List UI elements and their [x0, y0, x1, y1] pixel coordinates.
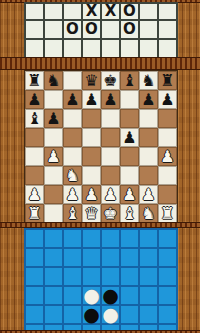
reversi-disc-black: ● [83, 306, 100, 323]
chess-piece-white-rook: ♜ [27, 204, 41, 223]
ttt-cell-r0c4[interactable]: X [102, 4, 121, 21]
reversi-cell-r3c6[interactable] [140, 287, 159, 306]
reversi-cell-r0c3[interactable] [83, 230, 102, 249]
ttt-cell-r2c4[interactable] [102, 40, 121, 57]
chess-square-c6[interactable] [63, 109, 82, 128]
chess-piece-black-pawn: ♟ [122, 128, 136, 147]
chess-square-e2[interactable]: ♟ [101, 185, 120, 204]
ttt-cell-r1c4[interactable] [102, 21, 121, 40]
chess-square-e3[interactable] [101, 166, 120, 185]
chess-square-e4[interactable] [101, 147, 120, 166]
chess-square-e6[interactable] [101, 109, 120, 128]
chess-square-c2[interactable]: ♟ [63, 185, 82, 204]
ttt-cell-r0c3[interactable]: X [83, 4, 102, 21]
chess-square-c7[interactable]: ♟ [63, 90, 82, 109]
chess-piece-black-knight: ♞ [141, 71, 155, 90]
ttt-cell-r1c0[interactable] [26, 21, 45, 40]
chess-square-e5[interactable] [101, 128, 120, 147]
chess-board: ♜♞♛♚♝♞♜♟♟♟♟♟♟♝♟♟♟♟♞♟♟♟♟♟♟♜♝♛♚♝♞♜ [24, 70, 178, 222]
chess-piece-black-rook: ♜ [160, 71, 174, 90]
chess-square-c8[interactable] [63, 71, 82, 90]
chess-square-g4[interactable] [139, 147, 158, 166]
chess-square-h2[interactable] [158, 185, 177, 204]
reversi-cell-r1c0[interactable] [26, 249, 45, 268]
chess-square-d2[interactable]: ♟ [82, 185, 101, 204]
chess-square-c4[interactable] [63, 147, 82, 166]
chess-piece-white-pawn: ♟ [27, 185, 41, 204]
chess-square-a7[interactable]: ♟ [25, 90, 44, 109]
chess-piece-black-bishop: ♝ [27, 109, 41, 128]
reversi-cell-r3c7[interactable] [159, 287, 178, 306]
ttt-mark-o: O [123, 22, 136, 37]
chess-square-b2[interactable] [44, 185, 63, 204]
reversi-cell-r1c5[interactable] [121, 249, 140, 268]
ttt-cell-r0c5[interactable]: O [121, 4, 140, 21]
reversi-cell-r4c5[interactable] [121, 306, 140, 325]
chess-square-g5[interactable] [139, 128, 158, 147]
reversi-cell-r2c2[interactable] [64, 268, 83, 287]
chess-square-f8[interactable]: ♝ [120, 71, 139, 90]
chess-square-h3[interactable] [158, 166, 177, 185]
reversi-cell-r2c1[interactable] [45, 268, 64, 287]
chess-square-g2[interactable]: ♟ [139, 185, 158, 204]
chess-square-b4[interactable]: ♟ [44, 147, 63, 166]
ttt-cell-r1c5[interactable]: O [121, 21, 140, 40]
chess-piece-white-queen: ♛ [84, 204, 98, 223]
chess-square-b5[interactable] [44, 128, 63, 147]
reversi-cell-r0c5[interactable] [121, 230, 140, 249]
reversi-cell-r2c6[interactable] [140, 268, 159, 287]
reversi-cell-r4c2[interactable] [64, 306, 83, 325]
chess-piece-black-pawn: ♟ [84, 90, 98, 109]
reversi-disc-white: ● [102, 306, 119, 323]
ttt-cell-r2c0[interactable] [26, 40, 45, 57]
reversi-cell-r3c1[interactable] [45, 287, 64, 306]
tictactoe-board: XXOOOO [24, 2, 178, 57]
reversi-cell-r0c7[interactable] [159, 230, 178, 249]
chess-square-a5[interactable] [25, 128, 44, 147]
chess-piece-black-pawn: ♟ [65, 90, 79, 109]
reversi-cell-r1c1[interactable] [45, 249, 64, 268]
ttt-cell-r0c7[interactable] [159, 4, 178, 21]
reversi-cell-r3c0[interactable] [26, 287, 45, 306]
reversi-cell-r4c3[interactable]: ● [83, 306, 102, 325]
reversi-cell-r4c6[interactable] [140, 306, 159, 325]
chess-piece-black-pawn: ♟ [46, 109, 60, 128]
chess-piece-black-pawn: ♟ [160, 90, 174, 109]
chess-square-h5[interactable] [158, 128, 177, 147]
ttt-cell-r1c1[interactable] [45, 21, 64, 40]
ttt-cell-r1c2[interactable]: O [64, 21, 83, 40]
app-window: XXOOOO ♜♞♛♚♝♞♜♟♟♟♟♟♟♝♟♟♟♟♞♟♟♟♟♟♟♜♝♛♚♝♞♜ … [0, 0, 200, 333]
chess-square-d7[interactable]: ♟ [82, 90, 101, 109]
reversi-cell-r0c4[interactable] [102, 230, 121, 249]
chess-square-d6[interactable] [82, 109, 101, 128]
chess-square-h8[interactable]: ♜ [158, 71, 177, 90]
ttt-cell-r1c7[interactable] [159, 21, 178, 40]
reversi-cell-r0c6[interactable] [140, 230, 159, 249]
chess-piece-white-pawn: ♟ [141, 185, 155, 204]
reversi-cell-r1c6[interactable] [140, 249, 159, 268]
ttt-mark-x: X [105, 4, 117, 19]
reversi-disc-black: ● [102, 287, 119, 304]
chess-square-c1[interactable]: ♝ [63, 204, 82, 223]
chess-square-c5[interactable] [63, 128, 82, 147]
chess-square-f2[interactable]: ♟ [120, 185, 139, 204]
ttt-mark-o: O [66, 22, 79, 37]
chess-piece-white-pawn: ♟ [65, 185, 79, 204]
reversi-cell-r1c7[interactable] [159, 249, 178, 268]
ttt-cell-r2c6[interactable] [140, 40, 159, 57]
chess-square-e1[interactable]: ♚ [101, 204, 120, 223]
chess-piece-white-knight: ♞ [141, 204, 155, 223]
reversi-cell-r0c1[interactable] [45, 230, 64, 249]
chess-square-e8[interactable]: ♚ [101, 71, 120, 90]
chess-square-h1[interactable]: ♜ [158, 204, 177, 223]
chess-piece-white-knight: ♞ [65, 166, 79, 185]
ttt-cell-r2c3[interactable] [83, 40, 102, 57]
chess-piece-black-bishop: ♝ [122, 71, 136, 90]
reversi-cell-r1c4[interactable] [102, 249, 121, 268]
ttt-cell-r0c1[interactable] [45, 4, 64, 21]
chess-piece-white-pawn: ♟ [122, 185, 136, 204]
ttt-cell-r0c2[interactable] [64, 4, 83, 21]
wood-divider-1 [0, 57, 200, 70]
chess-square-a1[interactable]: ♜ [25, 204, 44, 223]
chess-piece-black-rook: ♜ [27, 71, 41, 90]
chess-piece-white-rook: ♜ [160, 204, 174, 223]
chess-square-b3[interactable] [44, 166, 63, 185]
chess-square-d4[interactable] [82, 147, 101, 166]
chess-square-f1[interactable]: ♝ [120, 204, 139, 223]
chess-square-b1[interactable] [44, 204, 63, 223]
chess-square-b6[interactable]: ♟ [44, 109, 63, 128]
ttt-cell-r2c5[interactable] [121, 40, 140, 57]
chess-square-b8[interactable]: ♞ [44, 71, 63, 90]
ttt-mark-x: X [86, 4, 98, 19]
chess-square-f3[interactable] [120, 166, 139, 185]
chess-square-d8[interactable]: ♛ [82, 71, 101, 90]
chess-square-c3[interactable]: ♞ [63, 166, 82, 185]
chess-piece-black-pawn: ♟ [27, 90, 41, 109]
ttt-cell-r2c2[interactable] [64, 40, 83, 57]
chess-square-h6[interactable] [158, 109, 177, 128]
chess-square-g6[interactable] [139, 109, 158, 128]
chess-square-h4[interactable]: ♟ [158, 147, 177, 166]
reversi-cell-r2c7[interactable] [159, 268, 178, 287]
chess-piece-white-king: ♚ [103, 204, 117, 223]
chess-square-g8[interactable]: ♞ [139, 71, 158, 90]
reversi-cell-r3c5[interactable] [121, 287, 140, 306]
reversi-cell-r0c2[interactable] [64, 230, 83, 249]
chess-piece-white-pawn: ♟ [46, 147, 60, 166]
chess-square-g1[interactable]: ♞ [139, 204, 158, 223]
chess-square-a6[interactable]: ♝ [25, 109, 44, 128]
chess-square-h7[interactable]: ♟ [158, 90, 177, 109]
chess-square-a4[interactable] [25, 147, 44, 166]
chess-square-d1[interactable]: ♛ [82, 204, 101, 223]
chess-square-a8[interactable]: ♜ [25, 71, 44, 90]
chess-piece-white-pawn: ♟ [84, 185, 98, 204]
reversi-cell-r3c2[interactable] [64, 287, 83, 306]
reversi-cell-r4c1[interactable] [45, 306, 64, 325]
ttt-mark-o: O [123, 4, 136, 19]
ttt-cell-r2c7[interactable] [159, 40, 178, 57]
ttt-cell-r0c0[interactable] [26, 4, 45, 21]
ttt-cell-r0c6[interactable] [140, 4, 159, 21]
chess-square-g7[interactable]: ♟ [139, 90, 158, 109]
reversi-board: ●●●● [24, 228, 178, 330]
chess-piece-black-pawn: ♟ [103, 90, 117, 109]
chess-square-f5[interactable]: ♟ [120, 128, 139, 147]
chess-square-b7[interactable] [44, 90, 63, 109]
chess-piece-black-knight: ♞ [46, 71, 60, 90]
ttt-mark-o: O [85, 22, 98, 37]
ttt-cell-r1c3[interactable]: O [83, 21, 102, 40]
chess-square-d5[interactable] [82, 128, 101, 147]
chess-square-d3[interactable] [82, 166, 101, 185]
reversi-cell-r1c3[interactable] [83, 249, 102, 268]
chess-square-a3[interactable] [25, 166, 44, 185]
chess-square-g3[interactable] [139, 166, 158, 185]
reversi-disc-white: ● [83, 287, 100, 304]
reversi-cell-r0c0[interactable] [26, 230, 45, 249]
reversi-cell-r1c2[interactable] [64, 249, 83, 268]
chess-square-a2[interactable]: ♟ [25, 185, 44, 204]
ttt-cell-r2c1[interactable] [45, 40, 64, 57]
chess-piece-white-bishop: ♝ [65, 204, 79, 223]
chess-piece-white-pawn: ♟ [160, 147, 174, 166]
reversi-cell-r4c0[interactable] [26, 306, 45, 325]
reversi-cell-r2c5[interactable] [121, 268, 140, 287]
chess-piece-white-bishop: ♝ [122, 204, 136, 223]
chess-piece-black-king: ♚ [103, 71, 117, 90]
chess-piece-black-pawn: ♟ [141, 90, 155, 109]
chess-square-f7[interactable] [120, 90, 139, 109]
reversi-cell-r4c4[interactable]: ● [102, 306, 121, 325]
reversi-cell-r2c0[interactable] [26, 268, 45, 287]
chess-square-e7[interactable]: ♟ [101, 90, 120, 109]
chess-square-f6[interactable] [120, 109, 139, 128]
chess-piece-white-pawn: ♟ [103, 185, 117, 204]
chess-piece-black-queen: ♛ [84, 71, 98, 90]
ttt-cell-r1c6[interactable] [140, 21, 159, 40]
chess-square-f4[interactable] [120, 147, 139, 166]
reversi-cell-r4c7[interactable] [159, 306, 178, 325]
